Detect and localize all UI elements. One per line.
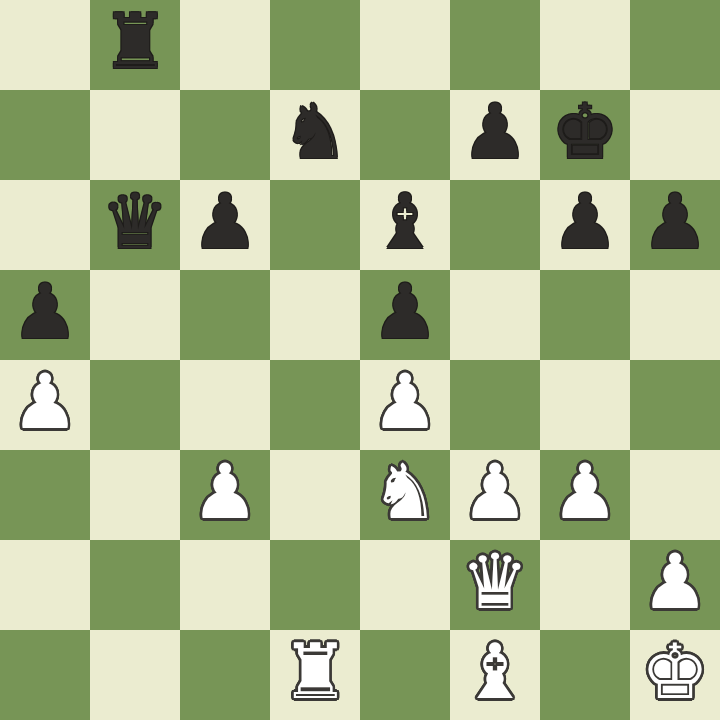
square-b8[interactable]: ♜: [90, 0, 180, 90]
square-a8[interactable]: [0, 0, 90, 90]
square-b5[interactable]: [90, 270, 180, 360]
square-d1[interactable]: ♜: [270, 630, 360, 720]
square-b3[interactable]: [90, 450, 180, 540]
square-e6[interactable]: ♝: [360, 180, 450, 270]
piece-white-pawn[interactable]: ♟: [11, 357, 79, 447]
square-h5[interactable]: [630, 270, 720, 360]
square-f6[interactable]: [450, 180, 540, 270]
piece-white-pawn[interactable]: ♟: [641, 537, 709, 627]
piece-black-pawn[interactable]: ♟: [461, 87, 529, 177]
square-d2[interactable]: [270, 540, 360, 630]
square-f4[interactable]: [450, 360, 540, 450]
piece-white-pawn[interactable]: ♟: [461, 447, 529, 537]
square-h8[interactable]: [630, 0, 720, 90]
square-d5[interactable]: [270, 270, 360, 360]
square-g7[interactable]: ♚: [540, 90, 630, 180]
square-g5[interactable]: [540, 270, 630, 360]
piece-black-rook[interactable]: ♜: [101, 0, 169, 87]
square-c4[interactable]: [180, 360, 270, 450]
square-d3[interactable]: [270, 450, 360, 540]
square-h2[interactable]: ♟: [630, 540, 720, 630]
square-b2[interactable]: [90, 540, 180, 630]
square-a2[interactable]: [0, 540, 90, 630]
square-b6[interactable]: ♛: [90, 180, 180, 270]
square-c3[interactable]: ♟: [180, 450, 270, 540]
square-d6[interactable]: [270, 180, 360, 270]
square-h3[interactable]: [630, 450, 720, 540]
square-b4[interactable]: [90, 360, 180, 450]
piece-black-pawn[interactable]: ♟: [551, 177, 619, 267]
square-h1[interactable]: ♚: [630, 630, 720, 720]
square-a7[interactable]: [0, 90, 90, 180]
square-g3[interactable]: ♟: [540, 450, 630, 540]
square-h4[interactable]: [630, 360, 720, 450]
square-f3[interactable]: ♟: [450, 450, 540, 540]
square-b1[interactable]: [90, 630, 180, 720]
square-d7[interactable]: ♞: [270, 90, 360, 180]
square-a6[interactable]: [0, 180, 90, 270]
piece-white-king[interactable]: ♚: [641, 627, 709, 717]
piece-black-bishop[interactable]: ♝: [371, 177, 439, 267]
piece-white-pawn[interactable]: ♟: [371, 357, 439, 447]
piece-black-pawn[interactable]: ♟: [371, 267, 439, 357]
square-a3[interactable]: [0, 450, 90, 540]
piece-black-king[interactable]: ♚: [551, 87, 619, 177]
square-e2[interactable]: [360, 540, 450, 630]
piece-black-pawn[interactable]: ♟: [191, 177, 259, 267]
square-e8[interactable]: [360, 0, 450, 90]
square-f2[interactable]: ♛: [450, 540, 540, 630]
square-g4[interactable]: [540, 360, 630, 450]
piece-white-pawn[interactable]: ♟: [551, 447, 619, 537]
square-c8[interactable]: [180, 0, 270, 90]
piece-black-knight[interactable]: ♞: [281, 87, 349, 177]
square-a4[interactable]: ♟: [0, 360, 90, 450]
square-f5[interactable]: [450, 270, 540, 360]
square-e7[interactable]: [360, 90, 450, 180]
square-e1[interactable]: [360, 630, 450, 720]
piece-white-queen[interactable]: ♛: [461, 537, 529, 627]
square-f7[interactable]: ♟: [450, 90, 540, 180]
square-h7[interactable]: [630, 90, 720, 180]
square-e4[interactable]: ♟: [360, 360, 450, 450]
square-c1[interactable]: [180, 630, 270, 720]
piece-black-pawn[interactable]: ♟: [641, 177, 709, 267]
square-c7[interactable]: [180, 90, 270, 180]
square-e3[interactable]: ♞: [360, 450, 450, 540]
square-b7[interactable]: [90, 90, 180, 180]
square-f1[interactable]: ♝: [450, 630, 540, 720]
square-c5[interactable]: [180, 270, 270, 360]
square-g8[interactable]: [540, 0, 630, 90]
piece-white-knight[interactable]: ♞: [371, 447, 439, 537]
square-e5[interactable]: ♟: [360, 270, 450, 360]
square-g1[interactable]: [540, 630, 630, 720]
square-d4[interactable]: [270, 360, 360, 450]
square-d8[interactable]: [270, 0, 360, 90]
piece-black-pawn[interactable]: ♟: [11, 267, 79, 357]
square-g6[interactable]: ♟: [540, 180, 630, 270]
piece-white-rook[interactable]: ♜: [281, 627, 349, 717]
piece-black-queen[interactable]: ♛: [101, 177, 169, 267]
square-a5[interactable]: ♟: [0, 270, 90, 360]
square-a1[interactable]: [0, 630, 90, 720]
chess-board: ♜♞♟♚♛♟♝♟♟♟♟♟♟♟♞♟♟♛♟♜♝♚: [0, 0, 720, 720]
piece-white-bishop[interactable]: ♝: [461, 627, 529, 717]
square-c6[interactable]: ♟: [180, 180, 270, 270]
square-h6[interactable]: ♟: [630, 180, 720, 270]
square-c2[interactable]: [180, 540, 270, 630]
square-g2[interactable]: [540, 540, 630, 630]
piece-white-pawn[interactable]: ♟: [191, 447, 259, 537]
square-f8[interactable]: [450, 0, 540, 90]
